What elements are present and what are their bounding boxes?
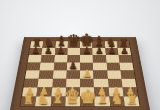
- square-e4[interactable]: ♟: [80, 70, 94, 78]
- square-f6[interactable]: [93, 55, 106, 62]
- square-a4[interactable]: [25, 70, 40, 78]
- square-f7[interactable]: ♟: [92, 48, 105, 55]
- square-c7[interactable]: ♟: [54, 48, 67, 55]
- white-knight-g1[interactable]: ♞: [111, 93, 123, 107]
- white-pawn-e4[interactable]: ♟: [82, 69, 91, 79]
- square-b4[interactable]: [39, 70, 53, 78]
- black-pawn-g7[interactable]: ♟: [108, 46, 116, 55]
- square-d5[interactable]: ♟: [67, 63, 80, 71]
- chess-photo-scene: ♜♞♝♛♚♝♞♜♟♟♟♟♟♟♟♟♟♟♟♟♟♟♟♟♜♞♝♛♚♝♞♜: [0, 0, 160, 110]
- square-a7[interactable]: ♟: [29, 48, 43, 55]
- square-f4[interactable]: [93, 70, 107, 78]
- square-d7[interactable]: [67, 48, 80, 55]
- black-pawn-e7[interactable]: ♟: [82, 46, 90, 55]
- white-king-e1[interactable]: ♚: [79, 87, 97, 107]
- white-knight-b1[interactable]: ♞: [37, 93, 49, 107]
- black-pawn-f7[interactable]: ♟: [95, 46, 103, 55]
- black-pawn-a7[interactable]: ♟: [31, 46, 39, 55]
- square-g1[interactable]: ♞: [109, 97, 125, 107]
- square-e1[interactable]: ♚: [80, 97, 95, 107]
- square-c4[interactable]: [53, 70, 67, 78]
- square-b5[interactable]: [40, 63, 54, 71]
- square-d4[interactable]: [66, 70, 80, 78]
- square-b7[interactable]: ♟: [42, 48, 55, 55]
- square-c6[interactable]: [54, 55, 67, 62]
- square-b6[interactable]: [41, 55, 55, 62]
- square-h1[interactable]: ♜: [123, 97, 139, 107]
- square-h7[interactable]: ♟: [117, 48, 131, 55]
- square-b1[interactable]: ♞: [35, 97, 51, 107]
- square-f1[interactable]: ♝: [94, 97, 109, 107]
- square-a1[interactable]: ♜: [20, 97, 36, 107]
- board-grid: ♜♞♝♛♚♝♞♜♟♟♟♟♟♟♟♟♟♟♟♟♟♟♟♟♜♞♝♛♚♝♞♜: [20, 41, 139, 106]
- square-g4[interactable]: [107, 70, 121, 78]
- square-g6[interactable]: [106, 55, 120, 62]
- white-rook-a1[interactable]: ♜: [22, 93, 33, 106]
- square-g5[interactable]: [106, 63, 120, 71]
- square-d1[interactable]: ♛: [65, 97, 80, 107]
- square-c5[interactable]: [53, 63, 67, 71]
- black-pawn-c7[interactable]: ♟: [57, 46, 65, 55]
- white-bishop-f1[interactable]: ♝: [95, 91, 109, 107]
- square-h5[interactable]: [119, 63, 133, 71]
- black-pawn-h7[interactable]: ♟: [121, 46, 129, 55]
- square-d8[interactable]: ♛: [68, 41, 80, 48]
- square-h4[interactable]: [120, 70, 135, 78]
- white-bishop-c1[interactable]: ♝: [51, 91, 65, 107]
- white-rook-h1[interactable]: ♜: [126, 93, 137, 106]
- black-pawn-b7[interactable]: ♟: [44, 46, 52, 55]
- square-f5[interactable]: [93, 63, 107, 71]
- square-e6[interactable]: [80, 55, 93, 62]
- chess-board: ♜♞♝♛♚♝♞♜♟♟♟♟♟♟♟♟♟♟♟♟♟♟♟♟♜♞♝♛♚♝♞♜: [9, 37, 151, 110]
- black-pawn-d5[interactable]: ♟: [69, 61, 78, 71]
- square-a5[interactable]: [26, 63, 40, 71]
- square-e7[interactable]: ♟: [80, 48, 93, 55]
- square-h6[interactable]: [118, 55, 132, 62]
- square-a6[interactable]: [28, 55, 42, 62]
- square-g7[interactable]: ♟: [105, 48, 118, 55]
